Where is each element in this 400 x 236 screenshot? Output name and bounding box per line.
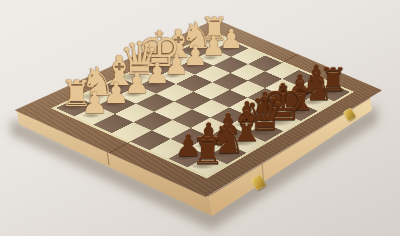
chess-set-photo: ♜♞♝♛♚♝♞♜♟♟♟♟♟♟♟♟♟♟♟♟♟♟♟♟♜♞♝♛♚♝♞♜	[0, 0, 400, 236]
black-rook-glyph: ♜	[191, 134, 224, 170]
white-pawn-glyph: ♟	[82, 89, 108, 119]
